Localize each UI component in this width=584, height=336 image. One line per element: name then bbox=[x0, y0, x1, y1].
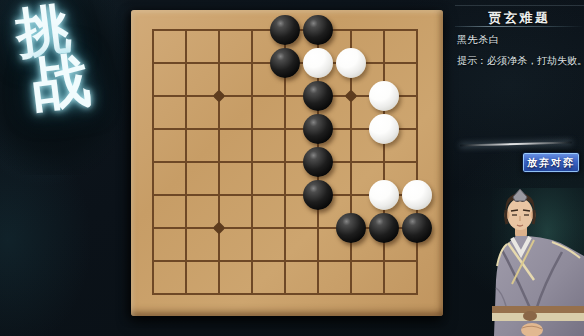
star-point bbox=[345, 90, 358, 103]
hint-text: 提示：必须净杀，打劫失败。 bbox=[457, 54, 584, 68]
white-stone bbox=[402, 180, 432, 210]
black-stone bbox=[303, 15, 333, 45]
black-stone bbox=[303, 180, 333, 210]
portrait-face bbox=[507, 198, 533, 230]
task-text: 黑先杀白 bbox=[457, 33, 499, 47]
game-screen: 挑 战 贾玄难题 黑先杀白 提示：必须净杀，打劫失败。 放弃对弈 bbox=[0, 0, 584, 336]
character-portrait-illustration bbox=[492, 188, 584, 336]
board-grid[interactable] bbox=[152, 29, 418, 295]
white-stone bbox=[369, 180, 399, 210]
black-stone bbox=[270, 15, 300, 45]
go-board bbox=[131, 10, 443, 316]
black-stone bbox=[303, 81, 333, 111]
black-stone bbox=[270, 48, 300, 78]
puzzle-info-panel: 贾玄难题 黑先杀白 提示：必须净杀，打劫失败。 bbox=[455, 0, 584, 140]
puzzle-title: 贾玄难题 bbox=[455, 9, 584, 27]
black-stone bbox=[369, 213, 399, 243]
resign-button[interactable]: 放弃对弈 bbox=[522, 152, 580, 173]
panel-divider bbox=[455, 26, 584, 27]
black-stone bbox=[336, 213, 366, 243]
challenge-banner-char-2: 战 bbox=[29, 51, 94, 116]
portrait-belt bbox=[492, 306, 584, 313]
panel-top-line bbox=[455, 5, 584, 6]
black-stone bbox=[402, 213, 432, 243]
star-point bbox=[213, 90, 226, 103]
white-stone bbox=[369, 81, 399, 111]
white-stone bbox=[369, 114, 399, 144]
decorative-streak bbox=[460, 142, 572, 147]
star-point bbox=[213, 222, 226, 235]
white-stone bbox=[336, 48, 366, 78]
black-stone bbox=[303, 114, 333, 144]
black-stone bbox=[303, 147, 333, 177]
white-stone bbox=[303, 48, 333, 78]
